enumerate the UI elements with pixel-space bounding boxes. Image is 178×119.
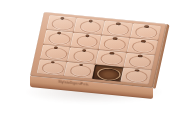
sliding-grid bbox=[36, 15, 161, 84]
brand-stamp: MyIntelligentPets bbox=[58, 81, 88, 87]
treat-hole bbox=[110, 52, 115, 55]
treat-hole bbox=[141, 40, 146, 43]
treat-hole bbox=[135, 69, 140, 72]
treat-hole bbox=[113, 37, 118, 40]
board-top-surface bbox=[30, 12, 167, 88]
puzzle-block[interactable] bbox=[64, 62, 94, 79]
treat-hole bbox=[78, 64, 83, 67]
treat-hole bbox=[57, 32, 62, 35]
puzzle-block[interactable] bbox=[36, 59, 66, 76]
treat-hole bbox=[60, 17, 65, 20]
treat-hole bbox=[138, 55, 143, 58]
treat-hole bbox=[82, 49, 87, 52]
puzzle-block[interactable] bbox=[121, 67, 151, 84]
open-compartment bbox=[93, 65, 123, 82]
treat-hole bbox=[116, 22, 121, 25]
treat-hole bbox=[88, 20, 93, 23]
treat-bowl bbox=[96, 67, 122, 82]
puzzle-board: MyIntelligentPets bbox=[0, 0, 178, 119]
treat-hole bbox=[53, 46, 58, 49]
treat-hole bbox=[144, 25, 149, 28]
treat-hole bbox=[50, 61, 55, 64]
treat-hole bbox=[85, 34, 90, 37]
